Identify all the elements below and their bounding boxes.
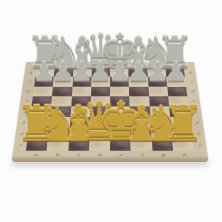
rank-label-right-6: 6: [191, 90, 195, 93]
board-front-edge: [12, 157, 208, 162]
file-label-bottom-d: d: [97, 152, 101, 156]
rank-label-left-6: 6: [26, 90, 30, 93]
file-label-bottom-h: h: [182, 152, 186, 156]
file-label-bottom-c: c: [77, 152, 81, 156]
rank-label-left-7: 7: [27, 80, 31, 83]
square-h7: ♟: [166, 77, 186, 87]
scene: ♜♞♝♛♚♝♞♜♟♟♟♟♟♟♟♟♟♟♟♟♟♟♟♟♜♞♝♛♚♝♞♜aabbccdd…: [0, 0, 222, 222]
chess-set-photo: ♜♞♝♛♚♝♞♜♟♟♟♟♟♟♟♟♟♟♟♟♟♟♟♟♜♞♝♛♚♝♞♜aabbccdd…: [0, 0, 222, 222]
rank-label-right-7: 7: [189, 80, 193, 83]
file-label-bottom-b: b: [55, 152, 59, 156]
file-label-bottom-g: g: [161, 152, 165, 156]
black-pawn: ♟: [164, 58, 188, 85]
board: ♜♞♝♛♚♝♞♜♟♟♟♟♟♟♟♟♟♟♟♟♟♟♟♟♜♞♝♛♚♝♞♜aabbccdd…: [12, 62, 208, 158]
file-label-bottom-f: f: [141, 152, 143, 156]
file-label-bottom-e: e: [119, 152, 123, 156]
square-h1: ♜: [172, 139, 194, 151]
file-label-bottom-a: a: [34, 152, 38, 156]
white-rook: ♜: [161, 100, 205, 149]
